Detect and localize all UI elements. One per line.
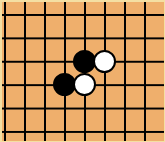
white-stone[interactable] [73, 73, 96, 96]
white-stone[interactable] [93, 50, 116, 73]
stone-layer [0, 0, 165, 142]
go-diagram [0, 0, 165, 142]
